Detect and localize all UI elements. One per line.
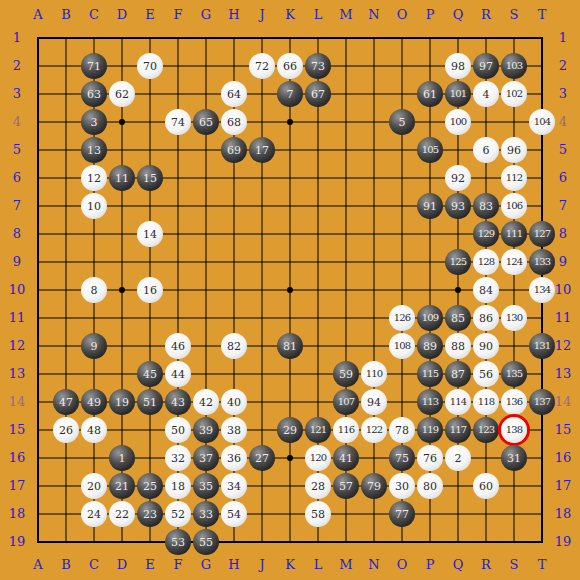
col-label-bottom-J: J <box>250 558 274 572</box>
stone-R2: 97 <box>473 53 499 79</box>
stone-T4: 104 <box>529 109 555 135</box>
stone-N17: 79 <box>361 473 387 499</box>
stone-R8: 129 <box>473 221 499 247</box>
stone-T9: 133 <box>529 249 555 275</box>
stone-H16: 36 <box>221 445 247 471</box>
row-label-left-18: 18 <box>5 507 29 521</box>
col-label-top-T: T <box>530 8 554 22</box>
col-label-bottom-G: G <box>194 558 218 572</box>
stone-B15: 26 <box>53 417 79 443</box>
stone-C2: 71 <box>81 53 107 79</box>
col-label-top-H: H <box>222 8 246 22</box>
row-label-left-11: 11 <box>5 311 29 325</box>
stone-S11: 130 <box>501 305 527 331</box>
col-label-bottom-R: R <box>474 558 498 572</box>
stone-G15: 39 <box>193 417 219 443</box>
stone-P14: 113 <box>417 389 443 415</box>
stone-C3: 63 <box>81 81 107 107</box>
stone-P3: 61 <box>417 81 443 107</box>
stone-R13: 56 <box>473 361 499 387</box>
stone-C7: 10 <box>81 193 107 219</box>
stone-E18: 23 <box>137 501 163 527</box>
stone-H17: 34 <box>221 473 247 499</box>
stone-D18: 22 <box>109 501 135 527</box>
stone-F18: 52 <box>165 501 191 527</box>
stone-S5: 96 <box>501 137 527 163</box>
stone-C12: 9 <box>81 333 107 359</box>
row-label-right-3: 3 <box>551 87 575 101</box>
stone-C10: 8 <box>81 277 107 303</box>
col-label-top-N: N <box>362 8 386 22</box>
stone-F15: 50 <box>165 417 191 443</box>
stone-R14: 118 <box>473 389 499 415</box>
stone-Q4: 100 <box>445 109 471 135</box>
stone-L16: 120 <box>305 445 331 471</box>
col-label-bottom-B: B <box>54 558 78 572</box>
stone-G18: 33 <box>193 501 219 527</box>
stone-H15: 38 <box>221 417 247 443</box>
stone-E8: 14 <box>137 221 163 247</box>
stone-J16: 27 <box>249 445 275 471</box>
stone-G4: 65 <box>193 109 219 135</box>
row-label-left-17: 17 <box>5 479 29 493</box>
stone-C5: 13 <box>81 137 107 163</box>
stone-M17: 57 <box>333 473 359 499</box>
stone-T8: 127 <box>529 221 555 247</box>
stone-S3: 102 <box>501 81 527 107</box>
stone-F16: 32 <box>165 445 191 471</box>
row-label-right-11: 11 <box>551 311 575 325</box>
col-label-top-G: G <box>194 8 218 22</box>
col-label-bottom-P: P <box>418 558 442 572</box>
row-label-left-14: 14 <box>5 395 29 409</box>
col-label-top-B: B <box>54 8 78 22</box>
stone-L17: 28 <box>305 473 331 499</box>
stone-C15: 48 <box>81 417 107 443</box>
stone-T12: 131 <box>529 333 555 359</box>
col-label-bottom-L: L <box>306 558 330 572</box>
col-label-bottom-T: T <box>530 558 554 572</box>
stone-L18: 58 <box>305 501 331 527</box>
stone-E14: 51 <box>137 389 163 415</box>
stone-H4: 68 <box>221 109 247 135</box>
row-label-left-7: 7 <box>5 199 29 213</box>
row-label-right-5: 5 <box>551 143 575 157</box>
stone-S7: 106 <box>501 193 527 219</box>
stone-K15: 29 <box>277 417 303 443</box>
stone-R11: 86 <box>473 305 499 331</box>
go-board[interactable]: 7170726673989710363626476761101410237465… <box>24 24 556 556</box>
stone-T10: 134 <box>529 277 555 303</box>
row-label-left-10: 10 <box>5 283 29 297</box>
stone-R17: 60 <box>473 473 499 499</box>
stone-L3: 67 <box>305 81 331 107</box>
col-label-bottom-D: D <box>110 558 134 572</box>
col-label-bottom-N: N <box>362 558 386 572</box>
stone-G19: 55 <box>193 529 219 555</box>
row-label-right-17: 17 <box>551 479 575 493</box>
col-label-bottom-H: H <box>222 558 246 572</box>
row-label-left-12: 12 <box>5 339 29 353</box>
stone-F19: 53 <box>165 529 191 555</box>
col-label-top-K: K <box>278 8 302 22</box>
stone-N13: 110 <box>361 361 387 387</box>
col-label-top-J: J <box>250 8 274 22</box>
row-label-right-1: 1 <box>551 31 575 45</box>
stone-H14: 40 <box>221 389 247 415</box>
stone-P15: 119 <box>417 417 443 443</box>
stone-Q3: 101 <box>445 81 471 107</box>
stone-O11: 126 <box>389 305 415 331</box>
row-label-left-4: 4 <box>5 115 29 129</box>
stone-G14: 42 <box>193 389 219 415</box>
stone-E2: 70 <box>137 53 163 79</box>
col-label-top-E: E <box>138 8 162 22</box>
row-label-left-19: 19 <box>5 535 29 549</box>
stone-C4: 3 <box>81 109 107 135</box>
stone-N15: 122 <box>361 417 387 443</box>
stone-Q12: 88 <box>445 333 471 359</box>
stone-J5: 17 <box>249 137 275 163</box>
stone-H12: 82 <box>221 333 247 359</box>
stone-C14: 49 <box>81 389 107 415</box>
row-label-left-1: 1 <box>5 31 29 45</box>
stone-S14: 136 <box>501 389 527 415</box>
stone-Q9: 125 <box>445 249 471 275</box>
col-label-top-R: R <box>474 8 498 22</box>
stone-K12: 81 <box>277 333 303 359</box>
col-label-top-D: D <box>110 8 134 22</box>
row-label-right-6: 6 <box>551 171 575 185</box>
col-label-bottom-K: K <box>278 558 302 572</box>
row-label-right-19: 19 <box>551 535 575 549</box>
stone-R15: 123 <box>473 417 499 443</box>
stone-S2: 103 <box>501 53 527 79</box>
row-label-left-9: 9 <box>5 255 29 269</box>
stone-F14: 43 <box>165 389 191 415</box>
stone-H18: 54 <box>221 501 247 527</box>
row-label-left-2: 2 <box>5 59 29 73</box>
stone-R5: 6 <box>473 137 499 163</box>
stone-C6: 12 <box>81 165 107 191</box>
stone-P16: 76 <box>417 445 443 471</box>
stone-L2: 73 <box>305 53 331 79</box>
col-label-bottom-Q: Q <box>446 558 470 572</box>
stone-M16: 41 <box>333 445 359 471</box>
stone-R7: 83 <box>473 193 499 219</box>
col-label-bottom-M: M <box>334 558 358 572</box>
row-label-right-7: 7 <box>551 199 575 213</box>
stone-D16: 1 <box>109 445 135 471</box>
row-label-right-15: 15 <box>551 423 575 437</box>
col-label-top-A: A <box>26 8 50 22</box>
stone-M15: 116 <box>333 417 359 443</box>
row-label-left-13: 13 <box>5 367 29 381</box>
stone-M14: 107 <box>333 389 359 415</box>
row-label-left-6: 6 <box>5 171 29 185</box>
stone-P5: 105 <box>417 137 443 163</box>
stone-O15: 78 <box>389 417 415 443</box>
stone-F13: 44 <box>165 361 191 387</box>
last-move-stone-S15: 138 <box>501 417 527 443</box>
stone-G16: 37 <box>193 445 219 471</box>
stone-R12: 90 <box>473 333 499 359</box>
go-board-diagram: 7170726673989710363626476761101410237465… <box>0 0 580 580</box>
stone-K2: 66 <box>277 53 303 79</box>
stone-Q7: 93 <box>445 193 471 219</box>
stone-S8: 111 <box>501 221 527 247</box>
stone-P11: 109 <box>417 305 443 331</box>
col-label-bottom-F: F <box>166 558 190 572</box>
stone-G17: 35 <box>193 473 219 499</box>
stone-E17: 25 <box>137 473 163 499</box>
col-label-bottom-C: C <box>82 558 106 572</box>
stone-D14: 19 <box>109 389 135 415</box>
stone-O18: 77 <box>389 501 415 527</box>
stone-Q14: 114 <box>445 389 471 415</box>
col-label-top-O: O <box>390 8 414 22</box>
stone-F17: 18 <box>165 473 191 499</box>
stone-R3: 4 <box>473 81 499 107</box>
stone-R9: 128 <box>473 249 499 275</box>
stone-E13: 45 <box>137 361 163 387</box>
col-label-bottom-O: O <box>390 558 414 572</box>
stone-S6: 112 <box>501 165 527 191</box>
col-label-bottom-E: E <box>138 558 162 572</box>
stone-C17: 20 <box>81 473 107 499</box>
stone-P12: 89 <box>417 333 443 359</box>
stone-B14: 47 <box>53 389 79 415</box>
stone-Q16: 2 <box>445 445 471 471</box>
stone-O16: 75 <box>389 445 415 471</box>
col-label-top-L: L <box>306 8 330 22</box>
stone-C18: 24 <box>81 501 107 527</box>
stone-O17: 30 <box>389 473 415 499</box>
col-label-bottom-S: S <box>502 558 526 572</box>
stone-M13: 59 <box>333 361 359 387</box>
col-label-top-S: S <box>502 8 526 22</box>
stone-Q2: 98 <box>445 53 471 79</box>
row-label-left-15: 15 <box>5 423 29 437</box>
stone-R10: 84 <box>473 277 499 303</box>
stone-Q15: 117 <box>445 417 471 443</box>
stone-P7: 91 <box>417 193 443 219</box>
row-label-left-16: 16 <box>5 451 29 465</box>
stone-Q6: 92 <box>445 165 471 191</box>
col-label-top-P: P <box>418 8 442 22</box>
row-label-right-18: 18 <box>551 507 575 521</box>
row-label-left-5: 5 <box>5 143 29 157</box>
stone-S13: 135 <box>501 361 527 387</box>
stone-Q13: 87 <box>445 361 471 387</box>
stone-P17: 80 <box>417 473 443 499</box>
row-label-left-3: 3 <box>5 87 29 101</box>
stone-L15: 121 <box>305 417 331 443</box>
stone-D6: 11 <box>109 165 135 191</box>
stone-D17: 21 <box>109 473 135 499</box>
stone-H5: 69 <box>221 137 247 163</box>
stone-P13: 115 <box>417 361 443 387</box>
stone-N14: 94 <box>361 389 387 415</box>
stone-F12: 46 <box>165 333 191 359</box>
row-label-right-16: 16 <box>551 451 575 465</box>
col-label-top-M: M <box>334 8 358 22</box>
stone-O4: 5 <box>389 109 415 135</box>
stone-Q11: 85 <box>445 305 471 331</box>
stone-T14: 137 <box>529 389 555 415</box>
col-label-bottom-A: A <box>26 558 50 572</box>
row-label-left-8: 8 <box>5 227 29 241</box>
col-label-top-Q: Q <box>446 8 470 22</box>
stone-O12: 108 <box>389 333 415 359</box>
col-label-top-C: C <box>82 8 106 22</box>
row-label-right-13: 13 <box>551 367 575 381</box>
stone-K3: 7 <box>277 81 303 107</box>
stone-E10: 16 <box>137 277 163 303</box>
stone-D3: 62 <box>109 81 135 107</box>
stone-E6: 15 <box>137 165 163 191</box>
col-label-top-F: F <box>166 8 190 22</box>
stone-S16: 31 <box>501 445 527 471</box>
row-label-right-2: 2 <box>551 59 575 73</box>
stone-S9: 124 <box>501 249 527 275</box>
stone-H3: 64 <box>221 81 247 107</box>
stone-F4: 74 <box>165 109 191 135</box>
stone-J2: 72 <box>249 53 275 79</box>
